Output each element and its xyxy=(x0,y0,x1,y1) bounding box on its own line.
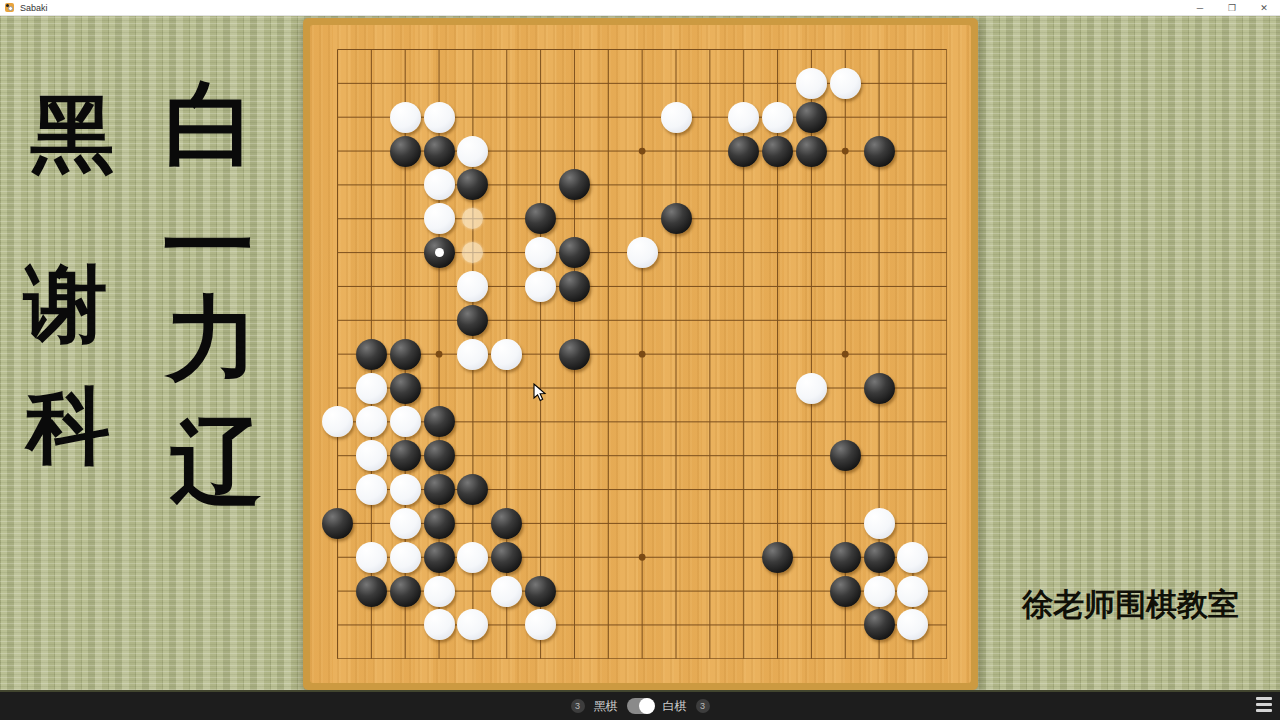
caption-char: 一 xyxy=(162,200,254,292)
caption-char: 力 xyxy=(166,292,258,384)
window-controls: ─ ❐ ✕ xyxy=(1184,0,1280,15)
stone-black-E11[interactable] xyxy=(457,305,488,336)
stone-white-C6[interactable] xyxy=(390,474,421,505)
stone-black-D8[interactable] xyxy=(424,406,455,437)
stone-black-F4[interactable] xyxy=(491,542,522,573)
stone-black-H13[interactable] xyxy=(559,237,590,268)
stone-white-P18[interactable] xyxy=(796,68,827,99)
stone-white-B4[interactable] xyxy=(356,542,387,573)
stone-black-R9[interactable] xyxy=(864,373,895,404)
hamburger-bar xyxy=(1256,709,1272,712)
title-bar: Sabaki ─ ❐ ✕ xyxy=(0,0,1280,16)
sabaki-app-icon xyxy=(5,3,14,12)
stone-black-C7[interactable] xyxy=(390,440,421,471)
white-captures-badge: 3 xyxy=(696,699,710,713)
stone-black-P16[interactable] xyxy=(796,136,827,167)
stone-white-B8[interactable] xyxy=(356,406,387,437)
stone-black-O4[interactable] xyxy=(762,542,793,573)
stone-white-D2[interactable] xyxy=(424,609,455,640)
stone-black-Q3[interactable] xyxy=(830,576,861,607)
hamburger-bar xyxy=(1256,697,1272,700)
stone-white-C4[interactable] xyxy=(390,542,421,573)
caption-char: 辽 xyxy=(170,416,262,508)
black-captures-badge: 3 xyxy=(571,699,585,713)
stone-white-S4[interactable] xyxy=(897,542,928,573)
stone-black-G3[interactable] xyxy=(525,576,556,607)
go-board[interactable] xyxy=(303,18,978,690)
stone-black-A5[interactable] xyxy=(322,508,353,539)
hamburger-bar xyxy=(1256,703,1272,706)
stone-white-D14[interactable] xyxy=(424,203,455,234)
window-title: Sabaki xyxy=(20,3,48,13)
stone-black-R2[interactable] xyxy=(864,609,895,640)
stone-black-B3[interactable] xyxy=(356,576,387,607)
close-button[interactable]: ✕ xyxy=(1248,0,1280,15)
stone-white-D3[interactable] xyxy=(424,576,455,607)
stone-black-R4[interactable] xyxy=(864,542,895,573)
stone-white-D17[interactable] xyxy=(424,102,455,133)
white-player-label: 白棋 xyxy=(663,698,687,715)
stone-white-F3[interactable] xyxy=(491,576,522,607)
caption-char: 谢 xyxy=(24,262,108,346)
stone-black-Q4[interactable] xyxy=(830,542,861,573)
stone-black-R16[interactable] xyxy=(864,136,895,167)
stone-white-C5[interactable] xyxy=(390,508,421,539)
stone-white-B6[interactable] xyxy=(356,474,387,505)
stone-white-N17[interactable] xyxy=(728,102,759,133)
minimize-button[interactable]: ─ xyxy=(1184,0,1216,15)
app-window: Sabaki ─ ❐ ✕ 黑谢科白一力辽 徐老师围棋教室 3 黑棋 白棋 3 xyxy=(0,0,1280,720)
last-move-marker xyxy=(435,248,444,257)
stone-black-D5[interactable] xyxy=(424,508,455,539)
stone-black-D13[interactable] xyxy=(424,237,455,268)
stone-black-N16[interactable] xyxy=(728,136,759,167)
stone-black-O16[interactable] xyxy=(762,136,793,167)
stone-black-H10[interactable] xyxy=(559,339,590,370)
stone-black-D4[interactable] xyxy=(424,542,455,573)
hamburger-menu-button[interactable] xyxy=(1256,697,1272,712)
turn-toggle-knob xyxy=(639,698,655,714)
stone-black-B10[interactable] xyxy=(356,339,387,370)
stone-black-C9[interactable] xyxy=(390,373,421,404)
bottom-bar: 3 黑棋 白棋 3 xyxy=(0,690,1280,720)
stone-white-E16[interactable] xyxy=(457,136,488,167)
stone-black-D16[interactable] xyxy=(424,136,455,167)
caption-char: 白 xyxy=(164,78,256,170)
stone-black-C16[interactable] xyxy=(390,136,421,167)
stone-white-F10[interactable] xyxy=(491,339,522,370)
stone-white-C17[interactable] xyxy=(390,102,421,133)
stone-white-K13[interactable] xyxy=(627,237,658,268)
stone-white-G12[interactable] xyxy=(525,271,556,302)
stone-white-E10[interactable] xyxy=(457,339,488,370)
stone-white-R3[interactable] xyxy=(864,576,895,607)
maximize-button[interactable]: ❐ xyxy=(1216,0,1248,15)
stone-white-D15[interactable] xyxy=(424,169,455,200)
stone-white-G13[interactable] xyxy=(525,237,556,268)
stone-black-D7[interactable] xyxy=(424,440,455,471)
stone-black-P17[interactable] xyxy=(796,102,827,133)
stone-white-S3[interactable] xyxy=(897,576,928,607)
stone-white-B9[interactable] xyxy=(356,373,387,404)
stone-white-O17[interactable] xyxy=(762,102,793,133)
stone-white-B7[interactable] xyxy=(356,440,387,471)
stone-black-D6[interactable] xyxy=(424,474,455,505)
stone-white-P9[interactable] xyxy=(796,373,827,404)
stone-white-Q18[interactable] xyxy=(830,68,861,99)
stone-white-R5[interactable] xyxy=(864,508,895,539)
caption-char: 黑 xyxy=(30,92,114,176)
stone-white-E4[interactable] xyxy=(457,542,488,573)
caption-char: 科 xyxy=(26,384,110,468)
stone-black-H12[interactable] xyxy=(559,271,590,302)
stone-black-C10[interactable] xyxy=(390,339,421,370)
goban-grid[interactable] xyxy=(337,49,947,659)
stone-black-Q7[interactable] xyxy=(830,440,861,471)
stone-black-L14[interactable] xyxy=(661,203,692,234)
stone-black-F5[interactable] xyxy=(491,508,522,539)
stone-white-C8[interactable] xyxy=(390,406,421,437)
turn-toggle[interactable] xyxy=(627,698,654,714)
watermark-text: 徐老师围棋教室 xyxy=(1022,584,1239,626)
stone-white-L17[interactable] xyxy=(661,102,692,133)
stone-black-C3[interactable] xyxy=(390,576,421,607)
black-player-label: 黑棋 xyxy=(594,698,618,715)
